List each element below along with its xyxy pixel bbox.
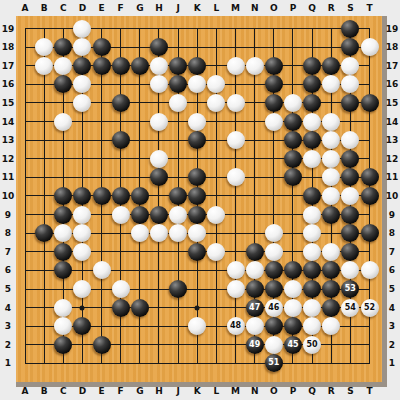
stone-B18 [35, 38, 53, 56]
col-label-top-C: C [60, 3, 67, 13]
stone-P11 [284, 168, 302, 186]
stone-P12 [284, 150, 302, 168]
stone-J10 [169, 187, 187, 205]
row-label-right-8: 8 [389, 228, 395, 238]
move-52-stone-T4: 52 [361, 299, 379, 317]
stone-R3 [322, 317, 340, 335]
stone-Q5 [303, 280, 321, 298]
stone-Q8 [303, 224, 321, 242]
stone-P14 [284, 113, 302, 131]
row-label-left-13: 13 [2, 135, 15, 145]
stone-Q6 [303, 261, 321, 279]
col-label-top-D: D [79, 3, 86, 13]
stone-M15 [227, 94, 245, 112]
stone-Q14 [303, 113, 321, 131]
stone-G4 [131, 299, 149, 317]
grid-line-vertical-M [235, 28, 236, 364]
stone-F9 [112, 206, 130, 224]
go-board-screenshot: AABBCCDDEEFFGGHHJJKKLLMMNNOOPPQQRRSSTT19… [0, 0, 400, 400]
stone-D15 [73, 94, 91, 112]
col-label-bottom-M: M [231, 386, 240, 396]
stone-S13 [341, 131, 359, 149]
row-label-left-18: 18 [2, 42, 15, 52]
stone-J15 [169, 94, 187, 112]
stone-H17 [150, 57, 168, 75]
stone-R12 [322, 150, 340, 168]
stone-L7 [207, 243, 225, 261]
stone-C4 [54, 299, 72, 317]
stone-J16 [169, 75, 187, 93]
stone-O16 [265, 75, 283, 93]
col-label-bottom-F: F [118, 386, 124, 396]
col-label-top-G: G [136, 3, 143, 13]
stone-C14 [54, 113, 72, 131]
row-label-left-6: 6 [5, 265, 11, 275]
stone-B8 [35, 224, 53, 242]
stone-R7 [322, 243, 340, 261]
col-label-bottom-Q: Q [308, 386, 316, 396]
col-label-top-A: A [22, 3, 29, 13]
stone-F10 [112, 187, 130, 205]
stone-C9 [54, 206, 72, 224]
stone-O8 [265, 224, 283, 242]
col-label-bottom-A: A [22, 386, 29, 396]
stone-O2 [265, 336, 283, 354]
col-label-bottom-N: N [251, 386, 259, 396]
row-label-right-4: 4 [389, 303, 395, 313]
col-label-top-H: H [155, 3, 163, 13]
stone-H9 [150, 206, 168, 224]
stone-K9 [188, 206, 206, 224]
stone-L15 [207, 94, 225, 112]
stone-M6 [227, 261, 245, 279]
col-label-bottom-O: O [270, 386, 278, 396]
stone-S9 [341, 206, 359, 224]
stone-D3 [73, 317, 91, 335]
stone-E17 [93, 57, 111, 75]
row-label-right-2: 2 [389, 340, 395, 350]
row-label-left-16: 16 [2, 79, 15, 89]
stone-R14 [322, 113, 340, 131]
stone-N17 [246, 57, 264, 75]
row-label-left-15: 15 [2, 98, 15, 108]
stone-N6 [246, 261, 264, 279]
row-label-right-3: 3 [389, 321, 395, 331]
row-label-left-12: 12 [2, 154, 15, 164]
stone-J5 [169, 280, 187, 298]
stone-R11 [322, 168, 340, 186]
stone-K16 [188, 75, 206, 93]
stone-T18 [361, 38, 379, 56]
stone-D10 [73, 187, 91, 205]
stone-F4 [112, 299, 130, 317]
move-number-label: 49 [249, 341, 260, 349]
stone-O5 [265, 280, 283, 298]
row-label-left-8: 8 [5, 228, 11, 238]
stone-D5 [73, 280, 91, 298]
stone-K17 [188, 57, 206, 75]
stone-K3 [188, 317, 206, 335]
stone-E2 [93, 336, 111, 354]
stone-M13 [227, 131, 245, 149]
stone-H12 [150, 150, 168, 168]
hoshi-point-D4 [80, 305, 85, 310]
stone-K7 [188, 243, 206, 261]
stone-H16 [150, 75, 168, 93]
move-number-label: 51 [268, 359, 279, 367]
board-edge-shadow-right [382, 16, 387, 387]
row-label-right-1: 1 [389, 358, 395, 368]
row-label-left-4: 4 [5, 303, 11, 313]
stone-P15 [284, 94, 302, 112]
row-label-right-5: 5 [389, 284, 395, 294]
stone-F17 [112, 57, 130, 75]
col-label-bottom-C: C [60, 386, 67, 396]
move-number-label: 54 [345, 304, 356, 312]
stone-S16 [341, 75, 359, 93]
stone-H8 [150, 224, 168, 242]
stone-T11 [361, 168, 379, 186]
move-number-label: 45 [287, 341, 298, 349]
stone-G10 [131, 187, 149, 205]
stone-L16 [207, 75, 225, 93]
stone-D9 [73, 206, 91, 224]
stone-P5 [284, 280, 302, 298]
move-51-stone-O1: 51 [265, 354, 283, 372]
stone-Q3 [303, 317, 321, 335]
stone-R10 [322, 187, 340, 205]
stone-R16 [322, 75, 340, 93]
col-label-top-L: L [214, 3, 220, 13]
col-label-top-F: F [118, 3, 124, 13]
stone-S19 [341, 20, 359, 38]
row-label-right-16: 16 [386, 79, 399, 89]
stone-S18 [341, 38, 359, 56]
row-label-right-7: 7 [389, 247, 395, 257]
move-48-stone-M3: 48 [227, 317, 245, 335]
stone-S10 [341, 187, 359, 205]
col-label-top-K: K [194, 3, 201, 13]
stone-S8 [341, 224, 359, 242]
stone-T15 [361, 94, 379, 112]
stone-P4 [284, 299, 302, 317]
stone-D16 [73, 75, 91, 93]
row-label-left-14: 14 [2, 117, 15, 127]
stone-C2 [54, 336, 72, 354]
move-number-label: 50 [307, 341, 318, 349]
stone-K14 [188, 113, 206, 131]
col-label-top-O: O [270, 3, 278, 13]
stone-Q7 [303, 243, 321, 261]
stone-C18 [54, 38, 72, 56]
row-label-left-11: 11 [2, 172, 15, 182]
col-label-bottom-G: G [136, 386, 143, 396]
stone-J9 [169, 206, 187, 224]
stone-M17 [227, 57, 245, 75]
stone-R9 [322, 206, 340, 224]
stone-O6 [265, 261, 283, 279]
col-label-bottom-E: E [98, 386, 104, 396]
row-label-right-10: 10 [386, 191, 399, 201]
row-label-left-5: 5 [5, 284, 11, 294]
row-label-right-6: 6 [389, 265, 395, 275]
col-label-bottom-S: S [347, 386, 353, 396]
move-number-label: 53 [345, 285, 356, 293]
stone-B17 [35, 57, 53, 75]
grid-line-horizontal-1 [25, 363, 371, 364]
stone-C3 [54, 317, 72, 335]
row-label-right-14: 14 [386, 117, 399, 127]
stone-O7 [265, 243, 283, 261]
stone-Q4 [303, 299, 321, 317]
stone-P6 [284, 261, 302, 279]
stone-R6 [322, 261, 340, 279]
row-label-right-9: 9 [389, 210, 395, 220]
col-label-top-J: J [176, 3, 179, 13]
col-label-bottom-D: D [79, 386, 86, 396]
row-label-left-9: 9 [5, 210, 11, 220]
col-label-top-S: S [347, 3, 353, 13]
stone-H11 [150, 168, 168, 186]
move-46-stone-O4: 46 [265, 299, 283, 317]
stone-G8 [131, 224, 149, 242]
row-label-right-18: 18 [386, 42, 399, 52]
col-label-top-R: R [328, 3, 335, 13]
move-49-stone-N2: 49 [246, 336, 264, 354]
stone-S12 [341, 150, 359, 168]
row-label-left-3: 3 [5, 321, 11, 331]
stone-R13 [322, 131, 340, 149]
stone-O14 [265, 113, 283, 131]
stone-H14 [150, 113, 168, 131]
stone-D18 [73, 38, 91, 56]
stone-J8 [169, 224, 187, 242]
stone-S7 [341, 243, 359, 261]
move-number-label: 48 [230, 322, 241, 330]
stone-K13 [188, 131, 206, 149]
stone-R4 [322, 299, 340, 317]
row-label-left-17: 17 [2, 61, 15, 71]
stone-S15 [341, 94, 359, 112]
stone-T8 [361, 224, 379, 242]
row-label-left-10: 10 [2, 191, 15, 201]
stone-O15 [265, 94, 283, 112]
stone-C7 [54, 243, 72, 261]
stone-Q13 [303, 131, 321, 149]
stone-R5 [322, 280, 340, 298]
row-label-right-15: 15 [386, 98, 399, 108]
col-label-top-B: B [41, 3, 48, 13]
stone-Q12 [303, 150, 321, 168]
stone-N7 [246, 243, 264, 261]
col-label-top-E: E [98, 3, 104, 13]
stone-S11 [341, 168, 359, 186]
col-label-top-M: M [231, 3, 240, 13]
move-53-stone-S5: 53 [341, 280, 359, 298]
stone-O3 [265, 317, 283, 335]
col-label-top-P: P [290, 3, 297, 13]
move-number-label: 47 [249, 304, 260, 312]
stone-K8 [188, 224, 206, 242]
move-number-label: 52 [364, 304, 375, 312]
stone-N3 [246, 317, 264, 335]
stone-Q10 [303, 187, 321, 205]
stone-G9 [131, 206, 149, 224]
stone-D19 [73, 20, 91, 38]
move-50-stone-Q2: 50 [303, 336, 321, 354]
col-label-bottom-L: L [214, 386, 220, 396]
stone-Q15 [303, 94, 321, 112]
col-label-top-Q: Q [308, 3, 316, 13]
row-label-right-17: 17 [386, 61, 399, 71]
col-label-bottom-T: T [366, 386, 372, 396]
stone-J17 [169, 57, 187, 75]
col-label-bottom-H: H [155, 386, 163, 396]
stone-D7 [73, 243, 91, 261]
stone-O17 [265, 57, 283, 75]
move-45-stone-P2: 45 [284, 336, 302, 354]
stone-P3 [284, 317, 302, 335]
stone-K11 [188, 168, 206, 186]
stone-L9 [207, 206, 225, 224]
stone-Q17 [303, 57, 321, 75]
move-54-stone-S4: 54 [341, 299, 359, 317]
move-47-stone-N4: 47 [246, 299, 264, 317]
move-number-label: 46 [268, 304, 279, 312]
stone-S6 [341, 261, 359, 279]
row-label-right-11: 11 [386, 172, 399, 182]
stone-K10 [188, 187, 206, 205]
stone-F15 [112, 94, 130, 112]
row-label-right-19: 19 [386, 24, 399, 34]
stone-M11 [227, 168, 245, 186]
stone-F13 [112, 131, 130, 149]
stone-D17 [73, 57, 91, 75]
col-label-bottom-P: P [290, 386, 297, 396]
stone-H18 [150, 38, 168, 56]
stone-C8 [54, 224, 72, 242]
stone-C6 [54, 261, 72, 279]
stone-M5 [227, 280, 245, 298]
stone-Q16 [303, 75, 321, 93]
col-label-bottom-B: B [41, 386, 48, 396]
row-label-left-7: 7 [5, 247, 11, 257]
stone-N5 [246, 280, 264, 298]
row-label-right-12: 12 [386, 154, 399, 164]
stone-G17 [131, 57, 149, 75]
stone-E18 [93, 38, 111, 56]
stone-T6 [361, 261, 379, 279]
col-label-bottom-J: J [176, 386, 179, 396]
stone-F5 [112, 280, 130, 298]
stone-C17 [54, 57, 72, 75]
stone-T10 [361, 187, 379, 205]
stone-P13 [284, 131, 302, 149]
col-label-top-N: N [251, 3, 259, 13]
row-label-left-1: 1 [5, 358, 11, 368]
stone-D8 [73, 224, 91, 242]
stone-S17 [341, 57, 359, 75]
stone-C10 [54, 187, 72, 205]
stone-C16 [54, 75, 72, 93]
stone-R17 [322, 57, 340, 75]
stone-E6 [93, 261, 111, 279]
col-label-bottom-R: R [328, 386, 335, 396]
col-label-top-T: T [366, 3, 372, 13]
stone-Q9 [303, 206, 321, 224]
row-label-left-2: 2 [5, 340, 11, 350]
row-label-left-19: 19 [2, 24, 15, 34]
hoshi-point-K4 [195, 305, 200, 310]
col-label-bottom-K: K [194, 386, 201, 396]
stone-E10 [93, 187, 111, 205]
row-label-right-13: 13 [386, 135, 399, 145]
